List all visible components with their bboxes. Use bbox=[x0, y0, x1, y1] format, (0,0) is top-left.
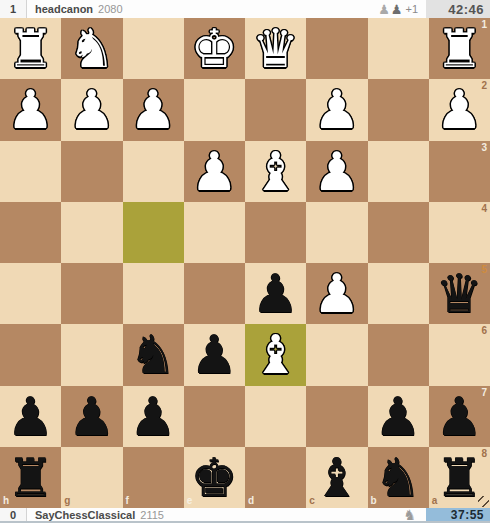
top-player-bar: 1 headcanon 2080 ♟ ♟ +1 42:46 bbox=[0, 0, 490, 18]
square-c6[interactable] bbox=[306, 324, 367, 385]
square-c3[interactable]: ♟ bbox=[306, 141, 367, 202]
top-player-score: 1 bbox=[0, 0, 27, 18]
piece-black-pawn[interactable]: ♟ bbox=[429, 386, 490, 447]
piece-white-bishop[interactable]: ♝ bbox=[245, 141, 306, 202]
square-c5[interactable]: ♟ bbox=[306, 263, 367, 324]
square-d4[interactable] bbox=[245, 202, 306, 263]
square-a1[interactable]: ♜1 bbox=[429, 18, 490, 79]
square-a3[interactable]: 3 bbox=[429, 141, 490, 202]
square-g3[interactable] bbox=[61, 141, 122, 202]
piece-white-pawn[interactable]: ♟ bbox=[0, 79, 61, 140]
square-h5[interactable] bbox=[0, 263, 61, 324]
piece-black-rook[interactable]: ♜ bbox=[0, 447, 61, 508]
square-f2[interactable]: ♟ bbox=[123, 79, 184, 140]
piece-black-pawn[interactable]: ♟ bbox=[0, 386, 61, 447]
board-resize-handle[interactable] bbox=[478, 496, 489, 507]
square-g7[interactable]: ♟ bbox=[61, 386, 122, 447]
piece-white-pawn[interactable]: ♟ bbox=[61, 79, 122, 140]
square-h2[interactable]: ♟ bbox=[0, 79, 61, 140]
chess-game-window: 1 headcanon 2080 ♟ ♟ +1 42:46 ♜♞♚♛♜1♟♟♟♟… bbox=[0, 0, 490, 523]
captured-pawn-icon: ♟ bbox=[391, 3, 403, 16]
piece-white-bishop[interactable]: ♝ bbox=[245, 324, 306, 385]
chess-board[interactable]: ♜♞♚♛♜1♟♟♟♟♟2♟♝♟34♟♟♛5♞♟♝6♟♟♟♟♟7♜hgf♚ed♝c… bbox=[0, 18, 490, 508]
square-h4[interactable] bbox=[0, 202, 61, 263]
square-d7[interactable] bbox=[245, 386, 306, 447]
square-a5[interactable]: ♛5 bbox=[429, 263, 490, 324]
square-c4[interactable] bbox=[306, 202, 367, 263]
piece-black-knight[interactable]: ♞ bbox=[368, 447, 429, 508]
square-c7[interactable] bbox=[306, 386, 367, 447]
square-h1[interactable]: ♜ bbox=[0, 18, 61, 79]
piece-black-bishop[interactable]: ♝ bbox=[306, 447, 367, 508]
square-d6[interactable]: ♝ bbox=[245, 324, 306, 385]
bottom-player-clock: 37:55 bbox=[426, 508, 490, 521]
square-b4[interactable] bbox=[368, 202, 429, 263]
piece-white-rook[interactable]: ♜ bbox=[429, 18, 490, 79]
square-g8[interactable]: g bbox=[61, 447, 122, 508]
bottom-player-score: 0 bbox=[0, 508, 27, 521]
piece-white-pawn[interactable]: ♟ bbox=[306, 141, 367, 202]
piece-white-pawn[interactable]: ♟ bbox=[429, 79, 490, 140]
square-b2[interactable] bbox=[368, 79, 429, 140]
material-advantage: ♟ ♟ +1 bbox=[378, 3, 418, 16]
square-g6[interactable] bbox=[61, 324, 122, 385]
piece-white-pawn[interactable]: ♟ bbox=[306, 263, 367, 324]
square-a7[interactable]: ♟7 bbox=[429, 386, 490, 447]
piece-white-pawn[interactable]: ♟ bbox=[184, 141, 245, 202]
square-f6[interactable]: ♞ bbox=[123, 324, 184, 385]
square-e7[interactable] bbox=[184, 386, 245, 447]
square-d8[interactable]: d bbox=[245, 447, 306, 508]
top-player-clock: 42:46 bbox=[426, 0, 490, 18]
square-f4[interactable] bbox=[123, 202, 184, 263]
square-h6[interactable] bbox=[0, 324, 61, 385]
square-b6[interactable] bbox=[368, 324, 429, 385]
knight-icon: ♞ bbox=[403, 508, 416, 522]
square-e8[interactable]: ♚e bbox=[184, 447, 245, 508]
square-h7[interactable]: ♟ bbox=[0, 386, 61, 447]
square-c1[interactable] bbox=[306, 18, 367, 79]
square-f3[interactable] bbox=[123, 141, 184, 202]
piece-black-pawn[interactable]: ♟ bbox=[184, 324, 245, 385]
piece-black-king[interactable]: ♚ bbox=[184, 447, 245, 508]
bottom-player-bar: 0 SayChessClassical 2115 ♞ 37:55 bbox=[0, 508, 490, 523]
bottom-player-name[interactable]: SayChessClassical bbox=[35, 509, 135, 521]
piece-black-knight[interactable]: ♞ bbox=[123, 324, 184, 385]
file-label-f: f bbox=[126, 496, 129, 506]
square-f1[interactable] bbox=[123, 18, 184, 79]
square-g5[interactable] bbox=[61, 263, 122, 324]
piece-white-queen[interactable]: ♛ bbox=[245, 18, 306, 79]
piece-black-pawn[interactable]: ♟ bbox=[61, 386, 122, 447]
square-e2[interactable] bbox=[184, 79, 245, 140]
square-a4[interactable]: 4 bbox=[429, 202, 490, 263]
rank-label-3: 3 bbox=[481, 143, 487, 153]
captured-pawn-icon: ♟ bbox=[378, 3, 390, 16]
file-label-g: g bbox=[64, 496, 70, 506]
square-g4[interactable] bbox=[61, 202, 122, 263]
square-b8[interactable]: ♞b bbox=[368, 447, 429, 508]
square-b3[interactable] bbox=[368, 141, 429, 202]
square-d5[interactable]: ♟ bbox=[245, 263, 306, 324]
material-count: +1 bbox=[405, 3, 418, 15]
piece-white-knight[interactable]: ♞ bbox=[61, 18, 122, 79]
square-h3[interactable] bbox=[0, 141, 61, 202]
square-h8[interactable]: ♜h bbox=[0, 447, 61, 508]
square-c2[interactable]: ♟ bbox=[306, 79, 367, 140]
square-b7[interactable]: ♟ bbox=[368, 386, 429, 447]
top-player-name[interactable]: headcanon bbox=[35, 3, 93, 15]
piece-white-pawn[interactable]: ♟ bbox=[306, 79, 367, 140]
square-b1[interactable] bbox=[368, 18, 429, 79]
square-c8[interactable]: ♝c bbox=[306, 447, 367, 508]
square-e3[interactable]: ♟ bbox=[184, 141, 245, 202]
square-a6[interactable]: 6 bbox=[429, 324, 490, 385]
square-b5[interactable] bbox=[368, 263, 429, 324]
square-d1[interactable]: ♛ bbox=[245, 18, 306, 79]
square-d2[interactable] bbox=[245, 79, 306, 140]
rank-label-4: 4 bbox=[481, 204, 487, 214]
piece-black-pawn[interactable]: ♟ bbox=[368, 386, 429, 447]
top-player-rating: 2080 bbox=[98, 3, 122, 15]
rank-label-6: 6 bbox=[481, 326, 487, 336]
board-container: ♜♞♚♛♜1♟♟♟♟♟2♟♝♟34♟♟♛5♞♟♝6♟♟♟♟♟7♜hgf♚ed♝c… bbox=[0, 18, 490, 508]
piece-white-rook[interactable]: ♜ bbox=[0, 18, 61, 79]
piece-black-pawn[interactable]: ♟ bbox=[123, 386, 184, 447]
square-g1[interactable]: ♞ bbox=[61, 18, 122, 79]
square-a2[interactable]: ♟2 bbox=[429, 79, 490, 140]
piece-white-pawn[interactable]: ♟ bbox=[123, 79, 184, 140]
square-f8[interactable]: f bbox=[123, 447, 184, 508]
piece-black-queen[interactable]: ♛ bbox=[429, 263, 490, 324]
square-d3[interactable]: ♝ bbox=[245, 141, 306, 202]
square-e5[interactable] bbox=[184, 263, 245, 324]
square-f7[interactable]: ♟ bbox=[123, 386, 184, 447]
piece-black-pawn[interactable]: ♟ bbox=[245, 263, 306, 324]
square-e1[interactable]: ♚ bbox=[184, 18, 245, 79]
file-label-d: d bbox=[248, 496, 254, 506]
square-e4[interactable] bbox=[184, 202, 245, 263]
square-f5[interactable] bbox=[123, 263, 184, 324]
square-e6[interactable]: ♟ bbox=[184, 324, 245, 385]
piece-white-king[interactable]: ♚ bbox=[184, 18, 245, 79]
square-g2[interactable]: ♟ bbox=[61, 79, 122, 140]
bottom-player-rating: 2115 bbox=[140, 509, 164, 521]
